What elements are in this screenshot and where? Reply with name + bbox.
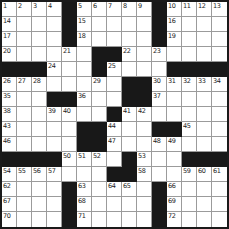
cell-13-0[interactable]: 67 [2, 197, 17, 212]
clue-number: 59 [183, 167, 191, 175]
cell-1-11[interactable]: 16 [167, 17, 182, 32]
cell-6-7[interactable] [107, 92, 122, 107]
cell-0-14[interactable]: 13 [212, 2, 227, 17]
cell-1-13[interactable] [197, 17, 212, 32]
cell-8-7[interactable]: 44 [107, 122, 122, 137]
black-cell-10-1 [17, 152, 32, 167]
cell-11-6[interactable] [92, 167, 107, 182]
black-cell-6-8 [122, 92, 137, 107]
cell-13-6[interactable] [92, 197, 107, 212]
cell-10-7[interactable] [107, 152, 122, 167]
black-cell-13-10 [152, 197, 167, 212]
clue-number: 27 [18, 77, 26, 85]
black-cell-10-3 [47, 152, 62, 167]
cell-12-1[interactable] [17, 182, 32, 197]
cell-5-0[interactable]: 26 [2, 77, 17, 92]
cell-6-1[interactable] [17, 92, 32, 107]
cell-7-3[interactable]: 39 [47, 107, 62, 122]
black-cell-4-11 [167, 62, 182, 77]
cell-0-5[interactable]: 5 [77, 2, 92, 17]
clue-number: 30 [153, 77, 161, 85]
cell-14-14[interactable] [212, 212, 227, 227]
black-cell-3-6 [92, 47, 107, 62]
black-cell-9-6 [92, 137, 107, 152]
cell-12-8[interactable]: 65 [122, 182, 137, 197]
cell-7-14[interactable] [212, 107, 227, 122]
cell-5-10[interactable]: 30 [152, 77, 167, 92]
clue-number: 55 [18, 167, 26, 175]
cell-3-0[interactable]: 20 [2, 47, 17, 62]
cell-3-14[interactable] [212, 47, 227, 62]
clue-number: 64 [108, 182, 116, 190]
cell-4-4[interactable] [62, 62, 77, 77]
cell-7-5[interactable] [77, 107, 92, 122]
clue-number: 54 [3, 167, 11, 175]
cell-10-6[interactable]: 52 [92, 152, 107, 167]
clue-number: 28 [33, 77, 41, 85]
cell-0-13[interactable]: 12 [197, 2, 212, 17]
cell-4-5[interactable] [77, 62, 92, 77]
black-cell-14-4 [62, 212, 77, 227]
black-cell-10-13 [197, 152, 212, 167]
cell-5-1[interactable]: 27 [17, 77, 32, 92]
cell-12-13[interactable] [197, 182, 212, 197]
cell-13-8[interactable] [122, 197, 137, 212]
cell-12-5[interactable]: 63 [77, 182, 92, 197]
clue-number: 65 [123, 182, 131, 190]
cell-1-12[interactable] [182, 17, 197, 32]
cell-0-8[interactable]: 8 [122, 2, 137, 17]
clue-number: 25 [108, 62, 116, 70]
cell-11-14[interactable]: 61 [212, 167, 227, 182]
black-cell-10-14 [212, 152, 227, 167]
clue-number: 51 [78, 152, 86, 160]
black-cell-1-4 [62, 17, 77, 32]
cell-9-9[interactable] [137, 137, 152, 152]
clue-number: 32 [183, 77, 191, 85]
black-cell-10-2 [32, 152, 47, 167]
cell-7-13[interactable] [197, 107, 212, 122]
clue-number: 8 [123, 2, 127, 10]
cell-6-11[interactable] [167, 92, 182, 107]
cell-14-0[interactable]: 70 [2, 212, 17, 227]
clue-number: 31 [168, 77, 176, 85]
cell-11-3[interactable]: 57 [47, 167, 62, 182]
cell-7-9[interactable]: 42 [137, 107, 152, 122]
cell-4-7[interactable]: 25 [107, 62, 122, 77]
cell-0-0[interactable]: 1 [2, 2, 17, 17]
cell-4-9[interactable] [137, 62, 152, 77]
cell-3-10[interactable]: 23 [152, 47, 167, 62]
cell-3-12[interactable] [182, 47, 197, 62]
clue-number: 35 [3, 92, 11, 100]
cell-2-3[interactable] [47, 32, 62, 47]
cell-12-3[interactable] [47, 182, 62, 197]
clue-number: 3 [33, 2, 37, 10]
cell-11-4[interactable] [62, 167, 77, 182]
cell-8-1[interactable] [17, 122, 32, 137]
cell-12-7[interactable]: 64 [107, 182, 122, 197]
cell-9-12[interactable] [182, 137, 197, 152]
clue-number: 69 [168, 197, 176, 205]
black-cell-6-3 [47, 92, 62, 107]
clue-number: 60 [198, 167, 206, 175]
black-cell-12-10 [152, 182, 167, 197]
clue-number: 1 [3, 2, 7, 10]
cell-11-12[interactable]: 59 [182, 167, 197, 182]
black-cell-6-9 [137, 92, 152, 107]
cell-1-2[interactable] [32, 17, 47, 32]
cell-12-0[interactable]: 62 [2, 182, 17, 197]
clue-number: 6 [93, 2, 97, 10]
black-cell-2-10 [152, 32, 167, 47]
clue-number: 23 [153, 47, 161, 55]
cell-9-10[interactable]: 48 [152, 137, 167, 152]
cell-0-9[interactable]: 9 [137, 2, 152, 17]
black-cell-0-10 [152, 2, 167, 17]
clue-number: 20 [3, 47, 11, 55]
cell-9-14[interactable] [212, 137, 227, 152]
cell-12-9[interactable] [137, 182, 152, 197]
clue-number: 63 [78, 182, 86, 190]
cell-2-0[interactable]: 17 [2, 32, 17, 47]
clue-number: 36 [78, 92, 86, 100]
clue-number: 48 [153, 137, 161, 145]
clue-number: 2 [18, 2, 22, 10]
black-cell-7-7 [107, 107, 122, 122]
cell-12-11[interactable]: 66 [167, 182, 182, 197]
cell-2-5[interactable]: 18 [77, 32, 92, 47]
cell-12-2[interactable] [32, 182, 47, 197]
cell-5-2[interactable]: 28 [32, 77, 47, 92]
cell-14-9[interactable] [137, 212, 152, 227]
black-cell-4-6 [92, 62, 107, 77]
cell-10-11[interactable] [167, 152, 182, 167]
cell-5-11[interactable]: 31 [167, 77, 182, 92]
cell-2-13[interactable] [197, 32, 212, 47]
cell-7-11[interactable] [167, 107, 182, 122]
cell-9-4[interactable] [62, 137, 77, 152]
cell-2-14[interactable] [212, 32, 227, 47]
cell-7-4[interactable]: 40 [62, 107, 77, 122]
cell-3-5[interactable] [77, 47, 92, 62]
cell-1-3[interactable] [47, 17, 62, 32]
black-cell-4-12 [182, 62, 197, 77]
cell-5-14[interactable]: 34 [212, 77, 227, 92]
clue-number: 33 [198, 77, 206, 85]
black-cell-5-9 [137, 77, 152, 92]
cell-11-13[interactable]: 60 [197, 167, 212, 182]
cell-2-9[interactable] [137, 32, 152, 47]
cell-14-2[interactable] [32, 212, 47, 227]
cell-13-5[interactable]: 68 [77, 197, 92, 212]
cell-3-11[interactable] [167, 47, 182, 62]
cell-14-11[interactable]: 72 [167, 212, 182, 227]
black-cell-9-5 [77, 137, 92, 152]
cell-14-6[interactable] [92, 212, 107, 227]
cell-5-13[interactable]: 33 [197, 77, 212, 92]
clue-number: 53 [138, 152, 146, 160]
cell-0-1[interactable]: 2 [17, 2, 32, 17]
clue-number: 66 [168, 182, 176, 190]
cell-0-12[interactable]: 11 [182, 2, 197, 17]
clue-number: 34 [213, 77, 221, 85]
cell-3-2[interactable] [32, 47, 47, 62]
cell-8-12[interactable]: 45 [182, 122, 197, 137]
cell-12-6[interactable] [92, 182, 107, 197]
black-cell-5-8 [122, 77, 137, 92]
cell-2-8[interactable] [122, 32, 137, 47]
cell-6-14[interactable] [212, 92, 227, 107]
cell-1-0[interactable]: 14 [2, 17, 17, 32]
clue-number: 37 [153, 92, 161, 100]
cell-14-8[interactable] [122, 212, 137, 227]
clue-number: 71 [78, 212, 86, 220]
clue-number: 26 [3, 77, 11, 85]
cell-13-3[interactable] [47, 197, 62, 212]
cell-13-9[interactable] [137, 197, 152, 212]
cell-11-11[interactable] [167, 167, 182, 182]
cell-9-1[interactable] [17, 137, 32, 152]
cell-8-13[interactable] [197, 122, 212, 137]
cell-6-12[interactable] [182, 92, 197, 107]
clue-number: 44 [108, 122, 116, 130]
clue-number: 29 [93, 77, 101, 85]
clue-number: 24 [48, 62, 56, 70]
cell-11-2[interactable]: 56 [32, 167, 47, 182]
cell-2-7[interactable] [107, 32, 122, 47]
black-cell-4-13 [197, 62, 212, 77]
cell-7-2[interactable] [32, 107, 47, 122]
clue-number: 21 [63, 47, 71, 55]
black-cell-1-10 [152, 17, 167, 32]
cell-14-12[interactable] [182, 212, 197, 227]
cell-8-14[interactable] [212, 122, 227, 137]
cell-0-3[interactable]: 4 [47, 2, 62, 17]
cell-6-2[interactable] [32, 92, 47, 107]
cell-10-10[interactable] [152, 152, 167, 167]
cell-1-9[interactable] [137, 17, 152, 32]
cell-10-5[interactable]: 51 [77, 152, 92, 167]
cell-1-8[interactable] [122, 17, 137, 32]
cell-4-8[interactable] [122, 62, 137, 77]
clue-number: 43 [3, 122, 11, 130]
cell-6-5[interactable]: 36 [77, 92, 92, 107]
clue-number: 9 [138, 2, 142, 10]
cell-7-8[interactable]: 41 [122, 107, 137, 122]
clue-number: 45 [183, 122, 191, 130]
cell-14-3[interactable] [47, 212, 62, 227]
cell-6-13[interactable] [197, 92, 212, 107]
cell-2-11[interactable]: 19 [167, 32, 182, 47]
black-cell-8-6 [92, 122, 107, 137]
clue-number: 40 [63, 107, 71, 115]
clue-number: 68 [78, 197, 86, 205]
black-cell-4-14 [212, 62, 227, 77]
clue-number: 11 [183, 2, 191, 10]
cell-12-14[interactable] [212, 182, 227, 197]
black-cell-4-1 [17, 62, 32, 77]
cell-13-12[interactable] [182, 197, 197, 212]
clue-number: 18 [78, 32, 86, 40]
cell-7-1[interactable] [17, 107, 32, 122]
black-cell-8-5 [77, 122, 92, 137]
cell-3-13[interactable] [197, 47, 212, 62]
cell-5-6[interactable]: 29 [92, 77, 107, 92]
cell-9-8[interactable] [122, 137, 137, 152]
cell-8-0[interactable]: 43 [2, 122, 17, 137]
cell-14-13[interactable] [197, 212, 212, 227]
cell-11-1[interactable]: 55 [17, 167, 32, 182]
cell-0-2[interactable]: 3 [32, 2, 47, 17]
black-cell-10-0 [2, 152, 17, 167]
clue-number: 13 [213, 2, 221, 10]
clue-number: 41 [123, 107, 131, 115]
cell-2-6[interactable] [92, 32, 107, 47]
cell-6-10[interactable]: 37 [152, 92, 167, 107]
clue-number: 5 [78, 2, 82, 10]
cell-11-9[interactable]: 58 [137, 167, 152, 182]
cell-10-4[interactable]: 50 [62, 152, 77, 167]
black-cell-10-12 [182, 152, 197, 167]
cell-13-14[interactable] [212, 197, 227, 212]
clue-number: 72 [168, 212, 176, 220]
clue-number: 62 [3, 182, 11, 190]
cell-7-6[interactable] [92, 107, 107, 122]
black-cell-2-4 [62, 32, 77, 47]
cell-5-3[interactable] [47, 77, 62, 92]
clue-number: 61 [213, 167, 221, 175]
clue-number: 7 [108, 2, 112, 10]
black-cell-14-10 [152, 212, 167, 227]
cell-7-12[interactable] [182, 107, 197, 122]
cell-2-12[interactable] [182, 32, 197, 47]
clue-number: 46 [3, 137, 11, 145]
cell-5-5[interactable] [77, 77, 92, 92]
cell-3-3[interactable] [47, 47, 62, 62]
crossword-board: 1234567891011121314151617181920212223242… [0, 0, 229, 229]
clue-number: 22 [123, 47, 131, 55]
cell-4-3[interactable]: 24 [47, 62, 62, 77]
clue-number: 67 [3, 197, 11, 205]
clue-number: 16 [168, 17, 176, 25]
clue-number: 42 [138, 107, 146, 115]
cell-6-0[interactable]: 35 [2, 92, 17, 107]
cell-14-5[interactable]: 71 [77, 212, 92, 227]
cell-6-6[interactable] [92, 92, 107, 107]
cell-13-2[interactable] [32, 197, 47, 212]
cell-8-2[interactable] [32, 122, 47, 137]
black-cell-8-11 [167, 122, 182, 137]
clue-number: 17 [3, 32, 11, 40]
clue-number: 10 [168, 2, 176, 10]
cell-4-10[interactable] [152, 62, 167, 77]
clue-number: 38 [3, 107, 11, 115]
cell-5-12[interactable]: 32 [182, 77, 197, 92]
cell-3-4[interactable]: 21 [62, 47, 77, 62]
cell-0-7[interactable]: 7 [107, 2, 122, 17]
cell-14-7[interactable] [107, 212, 122, 227]
cell-7-10[interactable] [152, 107, 167, 122]
black-cell-4-2 [32, 62, 47, 77]
cell-9-13[interactable] [197, 137, 212, 152]
cell-8-4[interactable] [62, 122, 77, 137]
clue-number: 15 [78, 17, 86, 25]
black-cell-10-8 [122, 152, 137, 167]
cell-5-4[interactable] [62, 77, 77, 92]
cell-1-6[interactable] [92, 17, 107, 32]
cell-1-5[interactable]: 15 [77, 17, 92, 32]
black-cell-6-4 [62, 92, 77, 107]
clue-number: 49 [168, 137, 176, 145]
black-cell-12-4 [62, 182, 77, 197]
black-cell-11-8 [122, 167, 137, 182]
cell-13-13[interactable] [197, 197, 212, 212]
cell-9-7[interactable]: 47 [107, 137, 122, 152]
clue-number: 57 [48, 167, 56, 175]
cell-1-14[interactable] [212, 17, 227, 32]
clue-number: 70 [3, 212, 11, 220]
clue-number: 4 [48, 2, 52, 10]
clue-number: 19 [168, 32, 176, 40]
cell-8-3[interactable] [47, 122, 62, 137]
cell-8-8[interactable] [122, 122, 137, 137]
cell-9-2[interactable] [32, 137, 47, 152]
cell-7-0[interactable]: 38 [2, 107, 17, 122]
cell-2-2[interactable] [32, 32, 47, 47]
cell-10-9[interactable]: 53 [137, 152, 152, 167]
cell-9-3[interactable] [47, 137, 62, 152]
clue-number: 58 [138, 167, 146, 175]
cell-3-8[interactable]: 22 [122, 47, 137, 62]
clue-number: 56 [33, 167, 41, 175]
cell-8-9[interactable] [137, 122, 152, 137]
clue-number: 14 [3, 17, 11, 25]
clue-number: 52 [93, 152, 101, 160]
cell-13-11[interactable]: 69 [167, 197, 182, 212]
black-cell-8-10 [152, 122, 167, 137]
clue-number: 12 [198, 2, 206, 10]
cell-2-1[interactable] [17, 32, 32, 47]
black-cell-4-0 [2, 62, 17, 77]
cell-11-10[interactable] [152, 167, 167, 182]
cell-3-9[interactable] [137, 47, 152, 62]
cell-11-0[interactable]: 54 [2, 167, 17, 182]
black-cell-0-4 [62, 2, 77, 17]
cell-11-5[interactable] [77, 167, 92, 182]
cell-12-12[interactable] [182, 182, 197, 197]
clue-number: 50 [63, 152, 71, 160]
cell-5-7[interactable] [107, 77, 122, 92]
cell-1-1[interactable] [17, 17, 32, 32]
cell-13-1[interactable] [17, 197, 32, 212]
cell-1-7[interactable] [107, 17, 122, 32]
black-cell-3-7 [107, 47, 122, 62]
cell-14-1[interactable] [17, 212, 32, 227]
cell-0-11[interactable]: 10 [167, 2, 182, 17]
black-cell-11-7 [107, 167, 122, 182]
cell-9-0[interactable]: 46 [2, 137, 17, 152]
clue-number: 39 [48, 107, 56, 115]
cell-13-7[interactable] [107, 197, 122, 212]
cell-0-6[interactable]: 6 [92, 2, 107, 17]
cell-3-1[interactable] [17, 47, 32, 62]
black-cell-13-4 [62, 197, 77, 212]
clue-number: 47 [108, 137, 116, 145]
cell-9-11[interactable]: 49 [167, 137, 182, 152]
